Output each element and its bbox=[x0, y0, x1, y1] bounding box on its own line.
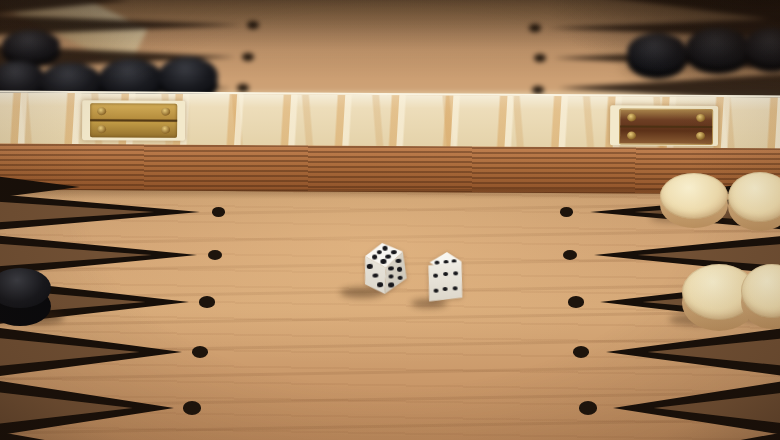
die-pip bbox=[381, 259, 387, 264]
point-dot bbox=[212, 207, 225, 216]
near-point-left-1 bbox=[0, 192, 200, 232]
near-point-left-4 bbox=[0, 324, 182, 380]
checker-cream[interactable] bbox=[728, 172, 780, 231]
point-dot bbox=[579, 401, 597, 414]
backgammon-board-photo bbox=[0, 0, 780, 440]
checker-cream[interactable] bbox=[660, 173, 728, 228]
point-dot bbox=[560, 207, 573, 216]
die-left[interactable] bbox=[355, 238, 411, 299]
die-pip bbox=[377, 282, 383, 287]
die-pip bbox=[433, 273, 438, 277]
point-core bbox=[0, 192, 200, 232]
point-dot bbox=[183, 401, 201, 414]
die-pip bbox=[396, 267, 402, 272]
near-point-right-5 bbox=[613, 376, 780, 440]
die-pip bbox=[443, 271, 448, 275]
point-dot bbox=[573, 346, 590, 358]
die-pip bbox=[388, 283, 394, 288]
near-point-left-5 bbox=[0, 376, 174, 440]
point-core bbox=[0, 376, 174, 440]
die-pip bbox=[382, 246, 388, 251]
point-core bbox=[613, 376, 780, 440]
die-pip bbox=[367, 264, 373, 269]
die-right[interactable] bbox=[423, 248, 467, 307]
point-core bbox=[606, 324, 780, 380]
near-play-field bbox=[0, 0, 780, 440]
point-dot bbox=[563, 250, 577, 260]
checker-cream[interactable] bbox=[741, 264, 780, 329]
checker-black[interactable] bbox=[0, 268, 51, 326]
point-dot bbox=[192, 346, 209, 358]
near-point-right-4 bbox=[606, 324, 780, 380]
point-dot bbox=[568, 296, 584, 307]
checker-top bbox=[660, 173, 728, 219]
point-dot bbox=[199, 296, 215, 307]
die-pip bbox=[453, 271, 458, 275]
point-core bbox=[0, 324, 182, 380]
die-pip bbox=[388, 266, 394, 271]
die-pip bbox=[372, 254, 378, 259]
die-pip bbox=[433, 288, 438, 292]
point-dot bbox=[208, 250, 222, 260]
